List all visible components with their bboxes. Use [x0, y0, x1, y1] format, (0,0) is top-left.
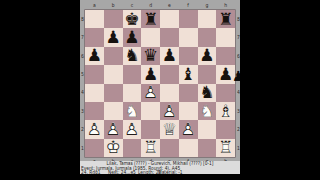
white-knight: ♞♘	[198, 102, 217, 120]
white-pawn: ♟♙	[141, 84, 160, 102]
square-d3	[141, 102, 160, 120]
square-c8: ♚	[123, 10, 142, 28]
white-queen: ♛♕	[160, 120, 179, 138]
file-label-c: c	[123, 1, 142, 9]
square-e3: ♟♙	[160, 102, 179, 120]
square-e8	[160, 10, 179, 28]
square-c7: ♟	[123, 28, 142, 46]
rank-labels-left: 87654321	[80, 10, 85, 157]
video-frame: abcdefgh ♚♜♜♟♟♟♞♛♟♟♟♝♟♟♙♞♞♘♟♙♞♘♝♗♟♙♟♙♟♙♛…	[0, 0, 320, 180]
square-d6: ♛	[141, 47, 160, 65]
square-b7: ♟	[104, 28, 123, 46]
rank-label-7: 7	[236, 28, 241, 46]
square-c1	[123, 139, 142, 157]
square-f6	[179, 47, 198, 65]
black-pawn: ♟	[85, 47, 104, 65]
square-h3: ♝♗	[216, 102, 235, 120]
square-h1: ♜♖	[216, 139, 235, 157]
file-label-d: d	[141, 1, 160, 9]
black-pawn: ♟	[104, 28, 123, 46]
black-knight: ♞	[123, 47, 142, 65]
square-e2: ♛♕	[160, 120, 179, 138]
file-labels-top: abcdefgh	[85, 1, 235, 9]
rank-label-7: 7	[80, 28, 85, 46]
black-bishop: ♝	[179, 65, 198, 83]
square-b4	[104, 84, 123, 102]
black-pawn: ♟	[141, 65, 160, 83]
chess-board: ♚♜♜♟♟♟♞♛♟♟♟♝♟♟♙♞♞♘♟♙♞♘♝♗♟♙♟♙♟♙♛♕♟♙♚♔♜♖♜♖	[85, 10, 235, 157]
white-king: ♚♔	[104, 139, 123, 157]
square-c4	[123, 84, 142, 102]
black-king: ♚	[123, 10, 142, 28]
game-info-footer: Lilak, Tamas (????) - Gurevich, Mikhail …	[80, 161, 240, 174]
rank-label-5: 5	[80, 65, 85, 83]
white-pawn: ♟♙	[104, 120, 123, 138]
white-rook: ♜♖	[141, 139, 160, 157]
square-g7	[198, 28, 217, 46]
file-label-e: e	[160, 1, 179, 9]
square-h6	[216, 47, 235, 65]
next-move-label: Next: 24...e5	[108, 170, 136, 173]
square-f4	[179, 84, 198, 102]
file-label-g: g	[198, 1, 217, 9]
square-h4	[216, 84, 235, 102]
rank-label-3: 3	[236, 102, 241, 120]
square-d7	[141, 28, 160, 46]
file-label-f: f	[179, 1, 198, 9]
rank-label-4: 4	[236, 84, 241, 102]
black-pawn-material-icon: ♟	[232, 69, 240, 83]
square-a3	[85, 102, 104, 120]
square-c5	[123, 65, 142, 83]
square-a7	[85, 28, 104, 46]
current-move-label: 24. Rdg1	[81, 170, 100, 173]
file-label-a: a	[85, 1, 104, 9]
square-f1	[179, 139, 198, 157]
square-b1: ♚♔	[104, 139, 123, 157]
rank-label-2: 2	[236, 120, 241, 138]
square-h2	[216, 120, 235, 138]
white-pawn: ♟♙	[179, 120, 198, 138]
white-bishop: ♝♗	[216, 102, 235, 120]
square-b6	[104, 47, 123, 65]
square-a4	[85, 84, 104, 102]
material-count-label: Material: -1	[158, 170, 183, 173]
black-queen: ♛	[141, 47, 160, 65]
square-h8: ♜	[216, 10, 235, 28]
square-a6: ♟	[85, 47, 104, 65]
square-f7	[179, 28, 198, 46]
square-b8	[104, 10, 123, 28]
square-c6: ♞	[123, 47, 142, 65]
black-knight: ♞	[198, 84, 217, 102]
white-rook: ♜♖	[216, 139, 235, 157]
black-pawn: ♟	[198, 47, 217, 65]
rank-label-1: 1	[80, 139, 85, 157]
rank-label-2: 2	[80, 120, 85, 138]
square-a2: ♟♙	[85, 120, 104, 138]
square-g5	[198, 65, 217, 83]
file-label-b: b	[104, 1, 123, 9]
black-pawn: ♟	[160, 47, 179, 65]
square-g6: ♟	[198, 47, 217, 65]
rank-label-8: 8	[80, 10, 85, 28]
square-b5	[104, 65, 123, 83]
black-rook: ♜	[141, 10, 160, 28]
square-d8: ♜	[141, 10, 160, 28]
rank-label-6: 6	[80, 47, 85, 65]
square-g4: ♞	[198, 84, 217, 102]
square-a8	[85, 10, 104, 28]
chess-diagram-panel: abcdefgh ♚♜♜♟♟♟♞♛♟♟♟♝♟♟♙♞♞♘♟♙♞♘♝♗♟♙♟♙♟♙♛…	[80, 0, 240, 174]
square-f8	[179, 10, 198, 28]
white-knight: ♞♘	[123, 102, 142, 120]
square-f3	[179, 102, 198, 120]
square-b2: ♟♙	[104, 120, 123, 138]
rank-label-3: 3	[80, 102, 85, 120]
square-d1: ♜♖	[141, 139, 160, 157]
square-d5: ♟	[141, 65, 160, 83]
square-f5: ♝	[179, 65, 198, 83]
black-rook: ♜	[216, 10, 235, 28]
square-g1	[198, 139, 217, 157]
rank-label-8: 8	[236, 10, 241, 28]
square-g3: ♞♘	[198, 102, 217, 120]
square-g8	[198, 10, 217, 28]
square-e4	[160, 84, 179, 102]
square-d2	[141, 120, 160, 138]
black-pawn: ♟	[123, 28, 142, 46]
white-pawn: ♟♙	[123, 120, 142, 138]
square-a1	[85, 139, 104, 157]
square-a5	[85, 65, 104, 83]
square-b3	[104, 102, 123, 120]
rank-label-4: 4	[80, 84, 85, 102]
file-label-h: h	[216, 1, 235, 9]
square-e1	[160, 139, 179, 157]
square-e6: ♟	[160, 47, 179, 65]
square-c2: ♟♙	[123, 120, 142, 138]
square-h7	[216, 28, 235, 46]
rank-label-6: 6	[236, 47, 241, 65]
square-e5	[160, 65, 179, 83]
square-e7	[160, 28, 179, 46]
square-d4: ♟♙	[141, 84, 160, 102]
white-pawn: ♟♙	[160, 102, 179, 120]
rank-label-1: 1	[236, 139, 241, 157]
white-pawn: ♟♙	[85, 120, 104, 138]
square-g2	[198, 120, 217, 138]
square-f2: ♟♙	[179, 120, 198, 138]
square-c3: ♞♘	[123, 102, 142, 120]
